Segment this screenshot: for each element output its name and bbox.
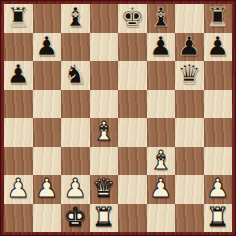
- square-d3[interactable]: [90, 147, 119, 176]
- square-g5[interactable]: [175, 90, 204, 119]
- square-h4[interactable]: [204, 118, 233, 147]
- square-g7[interactable]: ♟: [175, 33, 204, 62]
- piece-black-bishop[interactable]: ♝: [64, 4, 87, 30]
- square-d2[interactable]: ♛: [90, 175, 119, 204]
- piece-white-queen[interactable]: ♛: [92, 175, 115, 201]
- piece-black-knight[interactable]: ♞: [64, 61, 87, 87]
- square-h5[interactable]: [204, 90, 233, 119]
- square-a4[interactable]: [4, 118, 33, 147]
- square-h1[interactable]: ♜: [204, 204, 233, 233]
- square-h3[interactable]: [204, 147, 233, 176]
- piece-black-rook[interactable]: ♜: [206, 4, 229, 30]
- square-b7[interactable]: ♟: [33, 33, 62, 62]
- square-e7[interactable]: [118, 33, 147, 62]
- piece-black-king[interactable]: ♚: [121, 4, 144, 30]
- square-a8[interactable]: ♜: [4, 4, 33, 33]
- square-h6[interactable]: [204, 61, 233, 90]
- piece-white-king[interactable]: ♚: [64, 204, 87, 230]
- square-c2[interactable]: ♟: [61, 175, 90, 204]
- board-frame: ♜♝♚♝♜♟♟♟♟♟♞♛♝♝♟♟♟♛♟♟♚♜♜: [0, 0, 236, 236]
- square-c1[interactable]: ♚: [61, 204, 90, 233]
- square-e6[interactable]: [118, 61, 147, 90]
- square-c4[interactable]: [61, 118, 90, 147]
- piece-black-pawn[interactable]: ♟: [178, 33, 201, 59]
- square-h2[interactable]: ♟: [204, 175, 233, 204]
- square-d4[interactable]: ♝: [90, 118, 119, 147]
- piece-white-rook[interactable]: ♜: [92, 204, 115, 230]
- square-g8[interactable]: [175, 4, 204, 33]
- square-b1[interactable]: [33, 204, 62, 233]
- square-a5[interactable]: [4, 90, 33, 119]
- square-d1[interactable]: ♜: [90, 204, 119, 233]
- piece-white-pawn[interactable]: ♟: [7, 175, 30, 201]
- square-f5[interactable]: [147, 90, 176, 119]
- square-f8[interactable]: ♝: [147, 4, 176, 33]
- square-b2[interactable]: ♟: [33, 175, 62, 204]
- square-f7[interactable]: ♟: [147, 33, 176, 62]
- square-a6[interactable]: ♟: [4, 61, 33, 90]
- square-e5[interactable]: [118, 90, 147, 119]
- square-b5[interactable]: [33, 90, 62, 119]
- square-e8[interactable]: ♚: [118, 4, 147, 33]
- piece-white-rook[interactable]: ♜: [206, 204, 229, 230]
- square-g1[interactable]: [175, 204, 204, 233]
- square-e4[interactable]: [118, 118, 147, 147]
- square-c6[interactable]: ♞: [61, 61, 90, 90]
- square-a2[interactable]: ♟: [4, 175, 33, 204]
- square-d7[interactable]: [90, 33, 119, 62]
- piece-white-pawn[interactable]: ♟: [64, 175, 87, 201]
- square-f3[interactable]: ♝: [147, 147, 176, 176]
- piece-black-pawn[interactable]: ♟: [35, 33, 58, 59]
- square-c3[interactable]: [61, 147, 90, 176]
- square-g2[interactable]: [175, 175, 204, 204]
- piece-black-bishop[interactable]: ♝: [149, 4, 172, 30]
- piece-black-pawn[interactable]: ♟: [149, 33, 172, 59]
- square-e3[interactable]: [118, 147, 147, 176]
- square-f4[interactable]: [147, 118, 176, 147]
- square-d5[interactable]: [90, 90, 119, 119]
- square-b6[interactable]: [33, 61, 62, 90]
- square-d8[interactable]: [90, 4, 119, 33]
- square-e1[interactable]: [118, 204, 147, 233]
- square-g3[interactable]: [175, 147, 204, 176]
- square-g6[interactable]: ♛: [175, 61, 204, 90]
- piece-white-bishop[interactable]: ♝: [92, 118, 115, 144]
- square-b3[interactable]: [33, 147, 62, 176]
- square-g4[interactable]: [175, 118, 204, 147]
- piece-white-pawn[interactable]: ♟: [206, 175, 229, 201]
- piece-white-pawn[interactable]: ♟: [35, 175, 58, 201]
- square-h8[interactable]: ♜: [204, 4, 233, 33]
- square-f1[interactable]: [147, 204, 176, 233]
- square-d6[interactable]: [90, 61, 119, 90]
- chess-board: ♜♝♚♝♜♟♟♟♟♟♞♛♝♝♟♟♟♛♟♟♚♜♜: [4, 4, 232, 232]
- square-f2[interactable]: ♟: [147, 175, 176, 204]
- square-a3[interactable]: [4, 147, 33, 176]
- piece-black-queen[interactable]: ♛: [178, 61, 201, 87]
- piece-black-pawn[interactable]: ♟: [206, 33, 229, 59]
- square-c8[interactable]: ♝: [61, 4, 90, 33]
- piece-black-rook[interactable]: ♜: [7, 4, 30, 30]
- piece-white-bishop[interactable]: ♝: [149, 147, 172, 173]
- piece-white-pawn[interactable]: ♟: [149, 175, 172, 201]
- square-b8[interactable]: [33, 4, 62, 33]
- square-e2[interactable]: [118, 175, 147, 204]
- square-a7[interactable]: [4, 33, 33, 62]
- square-h7[interactable]: ♟: [204, 33, 233, 62]
- piece-black-pawn[interactable]: ♟: [7, 61, 30, 87]
- square-f6[interactable]: [147, 61, 176, 90]
- square-c7[interactable]: [61, 33, 90, 62]
- square-a1[interactable]: [4, 204, 33, 233]
- square-b4[interactable]: [33, 118, 62, 147]
- square-c5[interactable]: [61, 90, 90, 119]
